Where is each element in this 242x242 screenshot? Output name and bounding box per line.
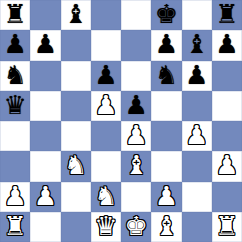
square-b4[interactable] bbox=[30, 121, 60, 151]
square-c5[interactable] bbox=[61, 91, 91, 121]
piece-black-rook: ♜ bbox=[3, 1, 26, 27]
piece-white-pawn: ♟ bbox=[94, 92, 117, 118]
square-b3[interactable] bbox=[30, 151, 60, 181]
square-d7[interactable] bbox=[91, 30, 121, 60]
square-f7[interactable]: ♟ bbox=[151, 30, 181, 60]
square-g4[interactable]: ♟ bbox=[182, 121, 212, 151]
square-e2[interactable] bbox=[121, 182, 151, 212]
square-d6[interactable]: ♟ bbox=[91, 61, 121, 91]
square-a8[interactable]: ♜ bbox=[0, 0, 30, 30]
square-h3[interactable]: ♟ bbox=[212, 151, 242, 181]
square-b1[interactable] bbox=[30, 212, 60, 242]
piece-black-bishop: ♝ bbox=[64, 1, 87, 27]
square-h1[interactable]: ♜ bbox=[212, 212, 242, 242]
square-f5[interactable] bbox=[151, 91, 181, 121]
square-c4[interactable] bbox=[61, 121, 91, 151]
square-e1[interactable]: ♚ bbox=[121, 212, 151, 242]
piece-black-bishop: ♝ bbox=[185, 31, 208, 57]
piece-black-pawn: ♟ bbox=[215, 31, 238, 57]
piece-white-knight: ♞ bbox=[64, 152, 87, 178]
piece-black-rook: ♜ bbox=[215, 1, 238, 27]
piece-black-pawn: ♟ bbox=[34, 31, 57, 57]
piece-white-pawn: ♟ bbox=[215, 152, 238, 178]
square-f3[interactable] bbox=[151, 151, 181, 181]
square-h5[interactable] bbox=[212, 91, 242, 121]
piece-white-knight: ♞ bbox=[94, 183, 117, 209]
piece-white-rook: ♜ bbox=[215, 213, 238, 239]
square-a2[interactable]: ♟ bbox=[0, 182, 30, 212]
piece-white-bishop: ♝ bbox=[155, 213, 178, 239]
square-c8[interactable]: ♝ bbox=[61, 0, 91, 30]
square-c3[interactable]: ♞ bbox=[61, 151, 91, 181]
square-e4[interactable]: ♟ bbox=[121, 121, 151, 151]
piece-black-knight: ♞ bbox=[3, 62, 26, 88]
piece-black-king: ♚ bbox=[155, 1, 178, 27]
square-c6[interactable] bbox=[61, 61, 91, 91]
piece-white-pawn: ♟ bbox=[124, 122, 147, 148]
square-g6[interactable]: ♟ bbox=[182, 61, 212, 91]
square-h6[interactable] bbox=[212, 61, 242, 91]
square-d5[interactable]: ♟ bbox=[91, 91, 121, 121]
square-d2[interactable]: ♞ bbox=[91, 182, 121, 212]
piece-white-pawn: ♟ bbox=[155, 183, 178, 209]
square-h7[interactable]: ♟ bbox=[212, 30, 242, 60]
square-d1[interactable]: ♛ bbox=[91, 212, 121, 242]
square-e3[interactable]: ♝ bbox=[121, 151, 151, 181]
square-f1[interactable]: ♝ bbox=[151, 212, 181, 242]
square-e6[interactable] bbox=[121, 61, 151, 91]
square-b7[interactable]: ♟ bbox=[30, 30, 60, 60]
piece-black-pawn: ♟ bbox=[155, 31, 178, 57]
square-c1[interactable] bbox=[61, 212, 91, 242]
piece-white-pawn: ♟ bbox=[3, 183, 26, 209]
piece-white-queen: ♛ bbox=[94, 213, 117, 239]
square-a3[interactable] bbox=[0, 151, 30, 181]
square-e5[interactable]: ♟ bbox=[121, 91, 151, 121]
square-h4[interactable] bbox=[212, 121, 242, 151]
piece-black-pawn: ♟ bbox=[124, 92, 147, 118]
square-g1[interactable] bbox=[182, 212, 212, 242]
square-b6[interactable] bbox=[30, 61, 60, 91]
square-b5[interactable] bbox=[30, 91, 60, 121]
square-c7[interactable] bbox=[61, 30, 91, 60]
piece-black-queen: ♛ bbox=[3, 92, 26, 118]
square-f8[interactable]: ♚ bbox=[151, 0, 181, 30]
square-a5[interactable]: ♛ bbox=[0, 91, 30, 121]
square-d4[interactable] bbox=[91, 121, 121, 151]
piece-white-king: ♚ bbox=[124, 213, 147, 239]
square-b2[interactable]: ♟ bbox=[30, 182, 60, 212]
square-d8[interactable] bbox=[91, 0, 121, 30]
square-c2[interactable] bbox=[61, 182, 91, 212]
square-g5[interactable] bbox=[182, 91, 212, 121]
square-e7[interactable] bbox=[121, 30, 151, 60]
piece-white-rook: ♜ bbox=[3, 213, 26, 239]
square-a4[interactable] bbox=[0, 121, 30, 151]
square-f4[interactable] bbox=[151, 121, 181, 151]
square-d3[interactable] bbox=[91, 151, 121, 181]
square-b8[interactable] bbox=[30, 0, 60, 30]
chess-board-container: ♜♝♚♜♟♟♟♝♟♞♟♞♟♛♟♟♟♟♞♝♟♟♟♞♟♜♛♚♝♜ bbox=[0, 0, 242, 242]
square-g2[interactable] bbox=[182, 182, 212, 212]
piece-white-pawn: ♟ bbox=[185, 122, 208, 148]
piece-black-pawn: ♟ bbox=[94, 62, 117, 88]
piece-black-pawn: ♟ bbox=[185, 62, 208, 88]
piece-black-pawn: ♟ bbox=[3, 31, 26, 57]
chess-board: ♜♝♚♜♟♟♟♝♟♞♟♞♟♛♟♟♟♟♞♝♟♟♟♞♟♜♛♚♝♜ bbox=[0, 0, 242, 242]
square-h2[interactable] bbox=[212, 182, 242, 212]
piece-white-pawn: ♟ bbox=[34, 183, 57, 209]
square-h8[interactable]: ♜ bbox=[212, 0, 242, 30]
piece-white-bishop: ♝ bbox=[124, 152, 147, 178]
square-a7[interactable]: ♟ bbox=[0, 30, 30, 60]
square-f2[interactable]: ♟ bbox=[151, 182, 181, 212]
square-a1[interactable]: ♜ bbox=[0, 212, 30, 242]
square-e8[interactable] bbox=[121, 0, 151, 30]
piece-black-knight: ♞ bbox=[155, 62, 178, 88]
square-g3[interactable] bbox=[182, 151, 212, 181]
square-g7[interactable]: ♝ bbox=[182, 30, 212, 60]
square-a6[interactable]: ♞ bbox=[0, 61, 30, 91]
square-f6[interactable]: ♞ bbox=[151, 61, 181, 91]
square-g8[interactable] bbox=[182, 0, 212, 30]
